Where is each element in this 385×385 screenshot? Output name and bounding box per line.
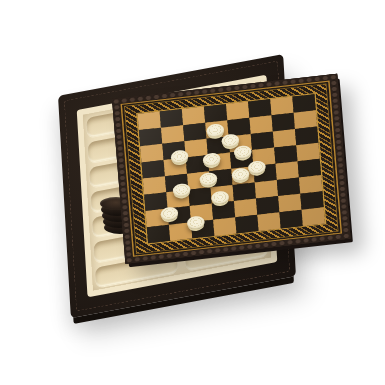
- board-square: [302, 207, 325, 226]
- board-square: [279, 210, 302, 229]
- board-square: [213, 217, 236, 236]
- board-square: [257, 212, 280, 231]
- board-square: [235, 215, 258, 234]
- board-play-area: [136, 93, 326, 244]
- gold-ornament-border: [121, 81, 343, 257]
- checkerboard: [112, 74, 351, 264]
- product-photo-scene: [0, 0, 385, 385]
- board-square: [147, 225, 170, 244]
